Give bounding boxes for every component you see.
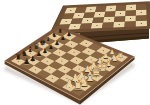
case-square xyxy=(114,16,125,22)
case-square xyxy=(83,12,95,18)
case-square-inlay-dot xyxy=(97,25,98,26)
square-inlay-dot xyxy=(120,57,121,58)
case-square xyxy=(125,21,136,27)
case-square-inlay-dot xyxy=(120,13,121,14)
square-inlay-dot xyxy=(42,44,43,45)
case-square xyxy=(95,6,106,12)
square-inlay-dot xyxy=(81,77,82,78)
case-square-inlay-dot xyxy=(66,21,67,22)
case-square-inlay-dot xyxy=(141,12,142,13)
square-inlay-dot xyxy=(108,67,109,68)
case-square-inlay-dot xyxy=(119,24,120,25)
case-square xyxy=(125,10,136,16)
case-square-inlay-dot xyxy=(90,9,91,10)
square-inlay-dot xyxy=(103,50,104,51)
case-square-inlay-dot xyxy=(130,18,131,19)
square-inlay-dot xyxy=(52,78,53,79)
square-inlay-dot xyxy=(49,69,50,70)
square-inlay-dot xyxy=(71,44,72,45)
case-square-inlay-dot xyxy=(131,7,132,8)
square-inlay-dot xyxy=(88,51,89,52)
square-inlay-dot xyxy=(64,69,65,70)
square-inlay-dot xyxy=(79,68,80,69)
case-square-inlay-dot xyxy=(109,19,110,20)
square-inlay-dot xyxy=(91,59,92,60)
square-inlay-dot xyxy=(47,61,48,62)
case-square xyxy=(116,5,127,11)
square-inlay-dot xyxy=(68,36,69,37)
square-inlay-dot xyxy=(54,36,55,37)
square-inlay-dot xyxy=(76,60,77,61)
case-square xyxy=(80,23,93,29)
chess-scene-drawing xyxy=(0,0,150,105)
case-square xyxy=(102,22,114,28)
square-inlay-dot xyxy=(18,61,19,62)
square-inlay-dot xyxy=(83,86,84,87)
case-square-inlay-dot xyxy=(141,23,142,24)
square-inlay-dot xyxy=(69,87,70,88)
square-inlay-dot xyxy=(74,52,75,53)
square-inlay-dot xyxy=(96,76,97,77)
case-square xyxy=(104,11,115,17)
square-inlay-dot xyxy=(30,53,31,54)
square-inlay-dot xyxy=(61,60,62,61)
case-square xyxy=(92,17,104,23)
square-inlay-dot xyxy=(86,43,87,44)
square-inlay-dot xyxy=(35,69,36,70)
case-square-inlay-dot xyxy=(70,10,71,11)
case-square-inlay-dot xyxy=(87,20,88,21)
square-inlay-dot xyxy=(105,58,106,59)
case-square-inlay-dot xyxy=(111,8,112,9)
case-square-inlay-dot xyxy=(78,15,79,16)
case-square-inlay-dot xyxy=(74,26,75,27)
chess-set-photo: ♜♞♝♛♚♝♞♜♟♟♟♟♟♟♟♟♟♟♟♟♟♟♟♟♜♞♝♛♚♝♞♜ xyxy=(0,0,150,105)
square-inlay-dot xyxy=(59,52,60,53)
square-inlay-dot xyxy=(93,68,94,69)
case-square xyxy=(136,4,146,10)
square-inlay-dot xyxy=(44,52,45,53)
square-inlay-dot xyxy=(56,44,57,45)
case-square-inlay-dot xyxy=(99,14,100,15)
case-square xyxy=(136,15,147,21)
square-inlay-dot xyxy=(66,78,67,79)
square-inlay-dot xyxy=(32,61,33,62)
